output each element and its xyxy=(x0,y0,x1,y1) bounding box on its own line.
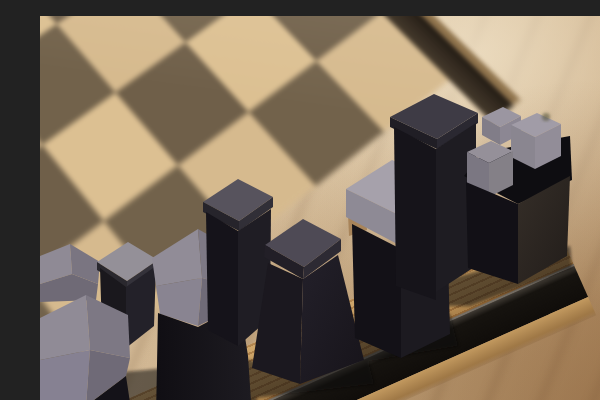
piece-king-1[interactable] xyxy=(390,94,478,300)
piece-pawn-3[interactable] xyxy=(252,219,364,384)
pieces-layer xyxy=(40,16,600,400)
piece-knight-2[interactable] xyxy=(40,295,132,400)
chess-set-photo: Close-up photograph of a handmade modern… xyxy=(40,16,600,400)
piece-knight-1[interactable] xyxy=(40,244,100,302)
piece-rook-1[interactable] xyxy=(464,107,572,284)
